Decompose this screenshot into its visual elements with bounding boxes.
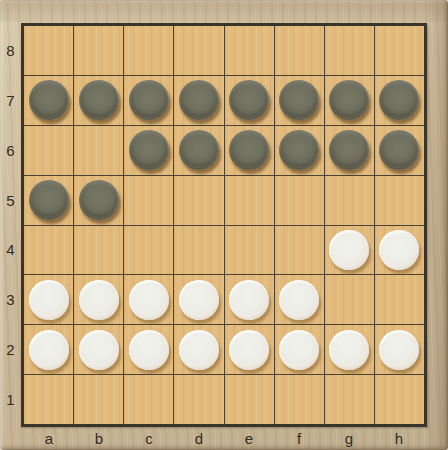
dark-piece-b5[interactable] <box>79 180 119 220</box>
square-b2[interactable] <box>74 325 123 374</box>
file-labels: abcdefgh <box>24 427 424 450</box>
dark-piece-e6[interactable] <box>229 130 269 170</box>
dark-piece-d6[interactable] <box>179 130 219 170</box>
square-a2[interactable] <box>24 325 73 374</box>
square-c3[interactable] <box>124 275 173 324</box>
square-d2[interactable] <box>174 325 223 374</box>
file-label-f: f <box>274 427 324 450</box>
square-h5[interactable] <box>375 176 424 225</box>
rank-label-7: 7 <box>0 76 21 126</box>
rank-label-6: 6 <box>0 126 21 176</box>
square-f8[interactable] <box>275 26 324 75</box>
square-f5[interactable] <box>275 176 324 225</box>
square-c5[interactable] <box>124 176 173 225</box>
rank-label-8: 8 <box>0 26 21 76</box>
square-f6[interactable] <box>275 126 324 175</box>
square-e7[interactable] <box>225 76 274 125</box>
square-d7[interactable] <box>174 76 223 125</box>
square-e5[interactable] <box>225 176 274 225</box>
square-b7[interactable] <box>74 76 123 125</box>
square-a1[interactable] <box>24 375 73 424</box>
light-piece-c3[interactable] <box>129 280 169 320</box>
square-d4[interactable] <box>174 226 223 275</box>
dark-piece-b7[interactable] <box>79 80 119 120</box>
square-h8[interactable] <box>375 26 424 75</box>
square-g8[interactable] <box>325 26 374 75</box>
dark-piece-d7[interactable] <box>179 80 219 120</box>
square-a4[interactable] <box>24 226 73 275</box>
dark-piece-c7[interactable] <box>129 80 169 120</box>
dark-piece-e7[interactable] <box>229 80 269 120</box>
game-window: 87654321 abcdefgh <box>0 0 448 450</box>
square-g4[interactable] <box>325 226 374 275</box>
square-h3[interactable] <box>375 275 424 324</box>
square-a8[interactable] <box>24 26 73 75</box>
light-piece-d3[interactable] <box>179 280 219 320</box>
square-d6[interactable] <box>174 126 223 175</box>
square-f1[interactable] <box>275 375 324 424</box>
square-d1[interactable] <box>174 375 223 424</box>
square-c8[interactable] <box>124 26 173 75</box>
square-a5[interactable] <box>24 176 73 225</box>
light-piece-f3[interactable] <box>279 280 319 320</box>
light-piece-h4[interactable] <box>379 230 419 270</box>
square-b3[interactable] <box>74 275 123 324</box>
square-g2[interactable] <box>325 325 374 374</box>
dark-piece-h6[interactable] <box>379 130 419 170</box>
square-e1[interactable] <box>225 375 274 424</box>
rank-label-1: 1 <box>0 374 21 424</box>
dark-piece-a5[interactable] <box>29 180 69 220</box>
square-h4[interactable] <box>375 226 424 275</box>
square-e6[interactable] <box>225 126 274 175</box>
square-c7[interactable] <box>124 76 173 125</box>
file-label-b: b <box>74 427 124 450</box>
dama-board <box>21 23 427 427</box>
square-c1[interactable] <box>124 375 173 424</box>
dark-piece-g6[interactable] <box>329 130 369 170</box>
dark-piece-f6[interactable] <box>279 130 319 170</box>
light-piece-g4[interactable] <box>329 230 369 270</box>
square-f2[interactable] <box>275 325 324 374</box>
rank-label-2: 2 <box>0 325 21 375</box>
square-h2[interactable] <box>375 325 424 374</box>
light-piece-c2[interactable] <box>129 330 169 370</box>
square-b8[interactable] <box>74 26 123 75</box>
dark-piece-c6[interactable] <box>129 130 169 170</box>
square-b5[interactable] <box>74 176 123 225</box>
square-e4[interactable] <box>225 226 274 275</box>
file-label-d: d <box>174 427 224 450</box>
square-c6[interactable] <box>124 126 173 175</box>
square-e8[interactable] <box>225 26 274 75</box>
square-g1[interactable] <box>325 375 374 424</box>
rank-label-5: 5 <box>0 175 21 225</box>
file-label-g: g <box>324 427 374 450</box>
dark-piece-f7[interactable] <box>279 80 319 120</box>
square-g3[interactable] <box>325 275 374 324</box>
square-a3[interactable] <box>24 275 73 324</box>
square-c4[interactable] <box>124 226 173 275</box>
file-label-a: a <box>24 427 74 450</box>
square-g6[interactable] <box>325 126 374 175</box>
rank-label-4: 4 <box>0 225 21 275</box>
square-f7[interactable] <box>275 76 324 125</box>
light-piece-e2[interactable] <box>229 330 269 370</box>
dark-piece-h7[interactable] <box>379 80 419 120</box>
light-piece-d2[interactable] <box>179 330 219 370</box>
square-f3[interactable] <box>275 275 324 324</box>
square-g5[interactable] <box>325 176 374 225</box>
light-piece-g2[interactable] <box>329 330 369 370</box>
dark-piece-g7[interactable] <box>329 80 369 120</box>
square-c2[interactable] <box>124 325 173 374</box>
square-a6[interactable] <box>24 126 73 175</box>
dark-piece-a7[interactable] <box>29 80 69 120</box>
square-b6[interactable] <box>74 126 123 175</box>
square-g7[interactable] <box>325 76 374 125</box>
square-e3[interactable] <box>225 275 274 324</box>
rank-labels: 87654321 <box>0 26 21 424</box>
light-piece-b3[interactable] <box>79 280 119 320</box>
square-a7[interactable] <box>24 76 73 125</box>
square-h7[interactable] <box>375 76 424 125</box>
square-d3[interactable] <box>174 275 223 324</box>
rank-label-3: 3 <box>0 275 21 325</box>
square-b1[interactable] <box>74 375 123 424</box>
light-piece-f2[interactable] <box>279 330 319 370</box>
square-d5[interactable] <box>174 176 223 225</box>
square-e2[interactable] <box>225 325 274 374</box>
light-piece-h2[interactable] <box>379 330 419 370</box>
square-f4[interactable] <box>275 226 324 275</box>
light-piece-e3[interactable] <box>229 280 269 320</box>
light-piece-b2[interactable] <box>79 330 119 370</box>
file-label-e: e <box>224 427 274 450</box>
light-piece-a3[interactable] <box>29 280 69 320</box>
square-b4[interactable] <box>74 226 123 275</box>
file-label-c: c <box>124 427 174 450</box>
square-h1[interactable] <box>375 375 424 424</box>
square-d8[interactable] <box>174 26 223 75</box>
square-h6[interactable] <box>375 126 424 175</box>
light-piece-a2[interactable] <box>29 330 69 370</box>
file-label-h: h <box>374 427 424 450</box>
